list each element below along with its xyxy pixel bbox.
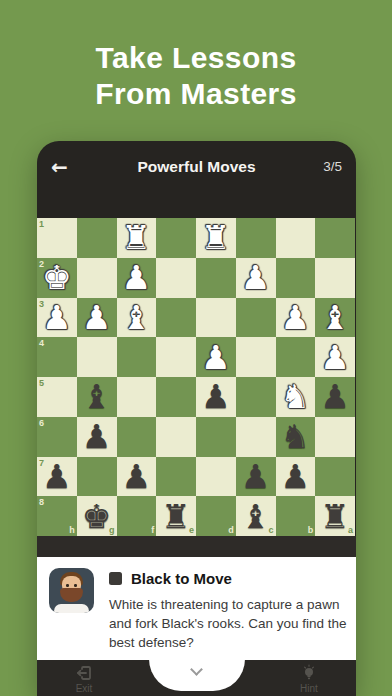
square-f6[interactable] — [117, 417, 157, 457]
rank-label-6: 6 — [39, 418, 44, 428]
coach-message: White is threatening to capture a pawn a… — [109, 595, 356, 652]
piece-bP-b7[interactable]: ♟ — [276, 457, 316, 497]
square-g8[interactable]: g♚ — [77, 496, 117, 536]
square-c6[interactable] — [236, 417, 276, 457]
piece-bP-a5[interactable]: ♟ — [315, 377, 355, 417]
square-b4[interactable] — [276, 337, 316, 377]
square-d2[interactable] — [196, 258, 236, 298]
piece-wP-a4[interactable]: ♟ — [315, 337, 355, 377]
rank-label-8: 8 — [39, 497, 44, 507]
square-h1[interactable]: 1 — [37, 218, 77, 258]
piece-bN-b6[interactable]: ♞ — [276, 417, 316, 457]
square-h6[interactable]: 6 — [37, 417, 77, 457]
square-c5[interactable] — [236, 377, 276, 417]
square-d4[interactable]: ♟ — [196, 337, 236, 377]
square-b1[interactable] — [276, 218, 316, 258]
piece-wP-h3[interactable]: ♟ — [37, 298, 77, 338]
square-a4[interactable]: ♟ — [315, 337, 355, 377]
square-d5[interactable]: ♟ — [196, 377, 236, 417]
file-label-h: h — [69, 525, 75, 535]
square-f7[interactable]: ♟ — [117, 457, 157, 497]
square-b2[interactable] — [276, 258, 316, 298]
collapse-panel-notch[interactable] — [149, 659, 245, 691]
square-e1[interactable] — [156, 218, 196, 258]
square-g7[interactable] — [77, 457, 117, 497]
square-d1[interactable]: ♜ — [196, 218, 236, 258]
square-d3[interactable] — [196, 298, 236, 338]
avatar-eye — [66, 584, 69, 587]
square-b6[interactable]: ♞ — [276, 417, 316, 457]
file-label-d: d — [228, 525, 234, 535]
exit-door-icon — [75, 664, 93, 682]
chevron-down-icon — [190, 663, 203, 676]
coach-avatar — [49, 568, 94, 613]
square-g2[interactable] — [77, 258, 117, 298]
piece-wP-f2[interactable]: ♟ — [117, 258, 157, 298]
piece-bR-e8[interactable]: ♜ — [156, 496, 196, 536]
piece-bP-c7[interactable]: ♟ — [236, 457, 276, 497]
square-c8[interactable]: c♝ — [236, 496, 276, 536]
piece-bP-h7[interactable]: ♟ — [37, 457, 77, 497]
hero-banner: Take Lessons From Masters — [0, 0, 392, 112]
hint-button[interactable]: Hint — [300, 660, 318, 696]
square-f2[interactable]: ♟ — [117, 258, 157, 298]
hero-title-line1: Take Lessons — [0, 40, 392, 76]
chess-board[interactable]: 1♜♜2♚♟♟3♟♟♝♟♝4♟♟5♝♟♞♟6♟♞7♟♟♟♟8hg♚fe♜dc♝b… — [37, 218, 355, 536]
square-b5[interactable]: ♞ — [276, 377, 316, 417]
square-f1[interactable]: ♜ — [117, 218, 157, 258]
lesson-progress: 3/5 — [302, 159, 342, 174]
black-turn-square-icon — [109, 572, 122, 585]
avatar-beard — [60, 588, 83, 602]
phone-mockup: ← Powerful Moves 3/5 1♜♜2♚♟♟3♟♟♝♟♝4♟♟5♝♟… — [37, 141, 356, 696]
file-label-b: b — [308, 525, 314, 535]
square-a2[interactable] — [315, 258, 355, 298]
square-h4[interactable]: 4 — [37, 337, 77, 377]
lesson-title: Powerful Moves — [91, 158, 302, 176]
square-f3[interactable]: ♝ — [117, 298, 157, 338]
piece-wR-f1[interactable]: ♜ — [117, 218, 157, 258]
square-h2[interactable]: 2♚ — [37, 258, 77, 298]
square-h5[interactable]: 5 — [37, 377, 77, 417]
file-label-f: f — [151, 525, 154, 535]
avatar-eye — [74, 584, 77, 587]
square-b8[interactable]: b — [276, 496, 316, 536]
exit-button[interactable]: Exit — [75, 660, 93, 696]
turn-heading: Black to Move — [131, 570, 232, 587]
piece-bB-g5[interactable]: ♝ — [77, 377, 117, 417]
coach-panel: Black to Move White is threatening to ca… — [37, 557, 356, 660]
piece-wB-f3[interactable]: ♝ — [117, 298, 157, 338]
square-c4[interactable] — [236, 337, 276, 377]
turn-indicator-row: Black to Move — [109, 570, 356, 587]
square-d6[interactable] — [196, 417, 236, 457]
rank-label-4: 4 — [39, 338, 44, 348]
square-d8[interactable]: d — [196, 496, 236, 536]
square-h8[interactable]: 8h — [37, 496, 77, 536]
piece-wB-a3[interactable]: ♝ — [315, 298, 355, 338]
coach-text: Black to Move White is threatening to ca… — [94, 568, 356, 660]
lesson-header: ← Powerful Moves 3/5 — [37, 141, 356, 218]
piece-bK-g8[interactable]: ♚ — [77, 496, 117, 536]
exit-label: Exit — [76, 683, 93, 694]
piece-bP-g6[interactable]: ♟ — [77, 417, 117, 457]
square-a8[interactable]: a♜ — [315, 496, 355, 536]
piece-wK-h2[interactable]: ♚ — [37, 258, 77, 298]
square-d7[interactable] — [196, 457, 236, 497]
square-h7[interactable]: 7♟ — [37, 457, 77, 497]
square-g5[interactable]: ♝ — [77, 377, 117, 417]
hero-title-line2: From Masters — [0, 76, 392, 112]
square-g3[interactable]: ♟ — [77, 298, 117, 338]
piece-wP-d4[interactable]: ♟ — [196, 337, 236, 377]
square-b7[interactable]: ♟ — [276, 457, 316, 497]
square-a5[interactable]: ♟ — [315, 377, 355, 417]
piece-wN-b5[interactable]: ♞ — [276, 377, 316, 417]
avatar-shirt — [54, 604, 89, 613]
board-bottom-strip — [37, 536, 356, 557]
square-e7[interactable] — [156, 457, 196, 497]
square-g4[interactable] — [77, 337, 117, 377]
piece-wP-g3[interactable]: ♟ — [77, 298, 117, 338]
square-e8[interactable]: e♜ — [156, 496, 196, 536]
square-c2[interactable]: ♟ — [236, 258, 276, 298]
square-b3[interactable]: ♟ — [276, 298, 316, 338]
lightbulb-icon — [300, 664, 318, 682]
back-arrow-icon[interactable]: ← — [51, 155, 91, 179]
square-e3[interactable] — [156, 298, 196, 338]
square-e6[interactable] — [156, 417, 196, 457]
square-f4[interactable] — [117, 337, 157, 377]
square-f5[interactable] — [117, 377, 157, 417]
bottom-bar: Exit Hint — [37, 660, 356, 696]
piece-bP-d5[interactable]: ♟ — [196, 377, 236, 417]
piece-wP-b3[interactable]: ♟ — [276, 298, 316, 338]
piece-bR-a8[interactable]: ♜ — [315, 496, 355, 536]
square-a3[interactable]: ♝ — [315, 298, 355, 338]
piece-wR-d1[interactable]: ♜ — [196, 218, 236, 258]
hint-label: Hint — [300, 683, 318, 694]
square-e2[interactable] — [156, 258, 196, 298]
square-h3[interactable]: 3♟ — [37, 298, 77, 338]
piece-bB-c8[interactable]: ♝ — [236, 496, 276, 536]
square-c3[interactable] — [236, 298, 276, 338]
square-g1[interactable] — [77, 218, 117, 258]
square-a6[interactable] — [315, 417, 355, 457]
square-g6[interactable]: ♟ — [77, 417, 117, 457]
rank-label-5: 5 — [39, 378, 44, 388]
piece-wP-c2[interactable]: ♟ — [236, 258, 276, 298]
square-a1[interactable] — [315, 218, 355, 258]
square-f8[interactable]: f — [117, 496, 157, 536]
square-e5[interactable] — [156, 377, 196, 417]
square-e4[interactable] — [156, 337, 196, 377]
square-a7[interactable] — [315, 457, 355, 497]
square-c7[interactable]: ♟ — [236, 457, 276, 497]
square-c1[interactable] — [236, 218, 276, 258]
rank-label-1: 1 — [39, 219, 44, 229]
piece-bP-f7[interactable]: ♟ — [117, 457, 157, 497]
